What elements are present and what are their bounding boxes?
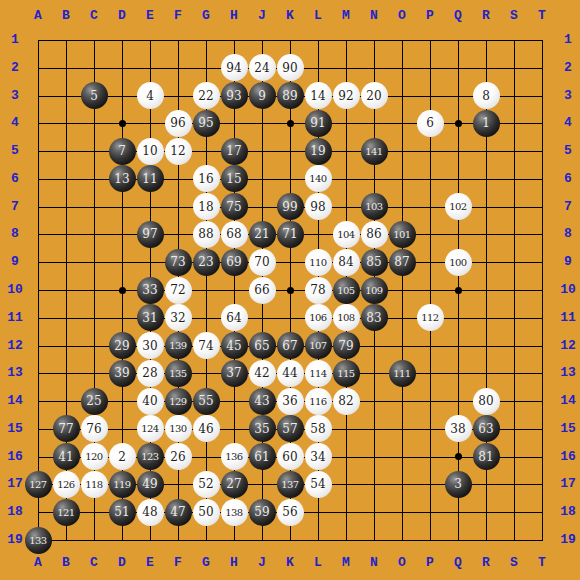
move-number: 13 bbox=[114, 172, 129, 186]
stone-black-71-k8[interactable]: 71 bbox=[277, 221, 304, 248]
column-label-bottom-k: K bbox=[282, 556, 298, 570]
move-number: 130 bbox=[169, 423, 186, 434]
move-number: 51 bbox=[114, 505, 129, 519]
star-point-q4 bbox=[455, 120, 462, 127]
move-number: 112 bbox=[421, 312, 438, 323]
move-number: 118 bbox=[85, 479, 102, 490]
move-number: 76 bbox=[86, 422, 101, 436]
row-label-left-9: 9 bbox=[2, 255, 28, 269]
stone-black-97-e8[interactable]: 97 bbox=[137, 221, 164, 248]
move-number: 32 bbox=[170, 311, 185, 325]
stone-white-78-l10[interactable]: 78 bbox=[305, 277, 332, 304]
stone-white-8-r3[interactable]: 8 bbox=[473, 82, 500, 109]
move-number: 87 bbox=[394, 255, 409, 269]
move-number: 86 bbox=[366, 227, 381, 241]
stone-white-116-l14[interactable]: 116 bbox=[305, 388, 332, 415]
move-number: 138 bbox=[225, 507, 242, 518]
star-point-k4 bbox=[287, 120, 294, 127]
move-number: 114 bbox=[309, 368, 326, 379]
stone-black-67-k12[interactable]: 67 bbox=[277, 332, 304, 359]
stone-white-40-e14[interactable]: 40 bbox=[137, 388, 164, 415]
column-label-bottom-f: F bbox=[170, 556, 186, 570]
move-number: 10 bbox=[142, 144, 157, 158]
stone-white-94-h2[interactable]: 94 bbox=[221, 54, 248, 81]
move-number: 78 bbox=[310, 283, 325, 297]
row-label-left-14: 14 bbox=[2, 394, 28, 408]
move-number: 82 bbox=[338, 394, 353, 408]
stone-white-26-f16[interactable]: 26 bbox=[165, 443, 192, 470]
stone-black-123-e16[interactable]: 123 bbox=[137, 443, 164, 470]
move-number: 4 bbox=[146, 89, 154, 103]
row-label-right-9: 9 bbox=[555, 255, 580, 269]
move-number: 8 bbox=[482, 89, 490, 103]
move-number: 49 bbox=[142, 477, 157, 491]
stone-black-11-e6[interactable]: 11 bbox=[137, 165, 164, 192]
move-number: 90 bbox=[282, 61, 297, 75]
move-number: 120 bbox=[85, 451, 102, 462]
move-number: 135 bbox=[169, 368, 186, 379]
move-number: 28 bbox=[142, 366, 157, 380]
stone-black-59-j18[interactable]: 59 bbox=[249, 499, 276, 526]
stone-white-4-e3[interactable]: 4 bbox=[137, 82, 164, 109]
column-label-top-f: F bbox=[170, 9, 186, 23]
stone-black-29-d12[interactable]: 29 bbox=[109, 332, 136, 359]
stone-black-91-l4[interactable]: 91 bbox=[305, 110, 332, 137]
move-number: 26 bbox=[170, 450, 185, 464]
stone-black-75-h7[interactable]: 75 bbox=[221, 193, 248, 220]
stone-black-23-g9[interactable]: 23 bbox=[193, 249, 220, 276]
move-number: 133 bbox=[29, 535, 46, 546]
row-label-right-17: 17 bbox=[555, 477, 580, 491]
stone-white-86-n8[interactable]: 86 bbox=[361, 221, 388, 248]
stone-black-13-d6[interactable]: 13 bbox=[109, 165, 136, 192]
column-label-bottom-d: D bbox=[114, 556, 130, 570]
stone-white-56-k18[interactable]: 56 bbox=[277, 499, 304, 526]
row-label-left-16: 16 bbox=[2, 450, 28, 464]
row-label-right-11: 11 bbox=[555, 311, 580, 325]
column-label-top-p: P bbox=[422, 9, 438, 23]
stone-white-24-j2[interactable]: 24 bbox=[249, 54, 276, 81]
move-number: 79 bbox=[338, 339, 353, 353]
stone-black-135-f13[interactable]: 135 bbox=[165, 360, 192, 387]
stone-black-9-j3[interactable]: 9 bbox=[249, 82, 276, 109]
stone-white-6-p4[interactable]: 6 bbox=[417, 110, 444, 137]
move-number: 115 bbox=[337, 368, 354, 379]
stone-white-88-g8[interactable]: 88 bbox=[193, 221, 220, 248]
stone-black-109-n10[interactable]: 109 bbox=[361, 277, 388, 304]
stone-black-119-d17[interactable]: 119 bbox=[109, 471, 136, 498]
column-label-bottom-h: H bbox=[226, 556, 242, 570]
move-number: 48 bbox=[142, 505, 157, 519]
stone-black-39-d13[interactable]: 39 bbox=[109, 360, 136, 387]
stone-black-47-f18[interactable]: 47 bbox=[165, 499, 192, 526]
move-number: 22 bbox=[198, 89, 213, 103]
stone-white-54-l17[interactable]: 54 bbox=[305, 471, 332, 498]
move-number: 21 bbox=[254, 227, 269, 241]
move-number: 33 bbox=[142, 283, 157, 297]
stone-black-133-a19[interactable]: 133 bbox=[25, 527, 52, 554]
move-number: 2 bbox=[118, 450, 126, 464]
move-number: 29 bbox=[114, 339, 129, 353]
stone-white-68-h8[interactable]: 68 bbox=[221, 221, 248, 248]
move-number: 17 bbox=[226, 144, 241, 158]
move-number: 73 bbox=[170, 255, 185, 269]
row-label-left-7: 7 bbox=[2, 200, 28, 214]
stone-black-33-e10[interactable]: 33 bbox=[137, 277, 164, 304]
move-number: 74 bbox=[198, 339, 213, 353]
move-number: 54 bbox=[310, 477, 325, 491]
stone-black-65-j12[interactable]: 65 bbox=[249, 332, 276, 359]
move-number: 104 bbox=[337, 229, 354, 240]
stone-white-84-m9[interactable]: 84 bbox=[333, 249, 360, 276]
move-number: 95 bbox=[198, 116, 213, 130]
move-number: 52 bbox=[198, 477, 213, 491]
stone-white-22-g3[interactable]: 22 bbox=[193, 82, 220, 109]
move-number: 91 bbox=[310, 116, 325, 130]
move-number: 83 bbox=[366, 311, 381, 325]
move-number: 94 bbox=[226, 61, 241, 75]
move-number: 27 bbox=[226, 477, 241, 491]
move-number: 127 bbox=[29, 479, 46, 490]
move-number: 58 bbox=[310, 422, 325, 436]
move-number: 140 bbox=[309, 173, 326, 184]
move-number: 44 bbox=[282, 366, 297, 380]
move-number: 124 bbox=[141, 423, 158, 434]
move-number: 60 bbox=[282, 450, 297, 464]
stone-white-36-k14[interactable]: 36 bbox=[277, 388, 304, 415]
stone-black-61-j16[interactable]: 61 bbox=[249, 443, 276, 470]
row-label-left-18: 18 bbox=[2, 505, 28, 519]
move-number: 107 bbox=[309, 340, 326, 351]
stone-black-15-h6[interactable]: 15 bbox=[221, 165, 248, 192]
stone-black-85-n9[interactable]: 85 bbox=[361, 249, 388, 276]
move-number: 110 bbox=[309, 257, 326, 268]
stone-black-141-n5[interactable]: 141 bbox=[361, 138, 388, 165]
move-number: 81 bbox=[478, 450, 493, 464]
move-number: 141 bbox=[365, 146, 382, 157]
stone-white-100-q9[interactable]: 100 bbox=[445, 249, 472, 276]
move-number: 99 bbox=[282, 200, 297, 214]
stone-white-32-f11[interactable]: 32 bbox=[165, 304, 192, 331]
row-label-left-2: 2 bbox=[2, 61, 28, 75]
stone-black-21-j8[interactable]: 21 bbox=[249, 221, 276, 248]
move-number: 40 bbox=[142, 394, 157, 408]
move-number: 101 bbox=[393, 229, 410, 240]
row-label-right-2: 2 bbox=[555, 61, 580, 75]
move-number: 89 bbox=[282, 89, 297, 103]
column-label-top-t: T bbox=[534, 9, 550, 23]
stone-white-12-f5[interactable]: 12 bbox=[165, 138, 192, 165]
row-label-left-1: 1 bbox=[2, 33, 28, 47]
stone-black-105-m10[interactable]: 105 bbox=[333, 277, 360, 304]
move-number: 105 bbox=[337, 285, 354, 296]
move-number: 41 bbox=[58, 450, 73, 464]
move-number: 16 bbox=[198, 172, 213, 186]
move-number: 56 bbox=[282, 505, 297, 519]
stone-black-127-a17[interactable]: 127 bbox=[25, 471, 52, 498]
star-point-d10 bbox=[119, 287, 126, 294]
move-number: 139 bbox=[169, 340, 186, 351]
move-number: 65 bbox=[254, 339, 269, 353]
column-label-bottom-p: P bbox=[422, 556, 438, 570]
column-label-top-g: G bbox=[198, 9, 214, 23]
move-number: 31 bbox=[142, 311, 157, 325]
stone-white-46-g15[interactable]: 46 bbox=[193, 415, 220, 442]
move-number: 80 bbox=[478, 394, 493, 408]
move-number: 123 bbox=[141, 451, 158, 462]
stone-black-83-n11[interactable]: 83 bbox=[361, 304, 388, 331]
stone-black-49-e17[interactable]: 49 bbox=[137, 471, 164, 498]
stone-white-44-k13[interactable]: 44 bbox=[277, 360, 304, 387]
move-number: 68 bbox=[226, 227, 241, 241]
move-number: 100 bbox=[449, 257, 466, 268]
stone-white-92-m3[interactable]: 92 bbox=[333, 82, 360, 109]
move-number: 97 bbox=[142, 227, 157, 241]
stone-white-76-c15[interactable]: 76 bbox=[81, 415, 108, 442]
stone-black-45-h12[interactable]: 45 bbox=[221, 332, 248, 359]
stone-black-5-c3[interactable]: 5 bbox=[81, 82, 108, 109]
stone-white-42-j13[interactable]: 42 bbox=[249, 360, 276, 387]
stone-black-99-k7[interactable]: 99 bbox=[277, 193, 304, 220]
stone-white-96-f4[interactable]: 96 bbox=[165, 110, 192, 137]
stone-white-82-m14[interactable]: 82 bbox=[333, 388, 360, 415]
stone-black-19-l5[interactable]: 19 bbox=[305, 138, 332, 165]
stone-white-66-j10[interactable]: 66 bbox=[249, 277, 276, 304]
move-number: 30 bbox=[142, 339, 157, 353]
stone-black-57-k15[interactable]: 57 bbox=[277, 415, 304, 442]
row-label-left-8: 8 bbox=[2, 227, 28, 241]
star-point-k10 bbox=[287, 287, 294, 294]
move-number: 6 bbox=[426, 116, 434, 130]
move-number: 102 bbox=[449, 201, 466, 212]
stone-white-126-b17[interactable]: 126 bbox=[53, 471, 80, 498]
column-label-bottom-l: L bbox=[310, 556, 326, 570]
stone-black-129-f14[interactable]: 129 bbox=[165, 388, 192, 415]
move-number: 14 bbox=[310, 89, 325, 103]
move-number: 116 bbox=[309, 396, 326, 407]
stone-white-106-l11[interactable]: 106 bbox=[305, 304, 332, 331]
stone-white-60-k16[interactable]: 60 bbox=[277, 443, 304, 470]
stone-black-3-q17[interactable]: 3 bbox=[445, 471, 472, 498]
stone-black-7-d5[interactable]: 7 bbox=[109, 138, 136, 165]
column-label-top-b: B bbox=[58, 9, 74, 23]
move-number: 66 bbox=[254, 283, 269, 297]
move-number: 59 bbox=[254, 505, 269, 519]
row-label-left-6: 6 bbox=[2, 172, 28, 186]
stone-white-140-l6[interactable]: 140 bbox=[305, 165, 332, 192]
stone-black-93-h3[interactable]: 93 bbox=[221, 82, 248, 109]
stone-black-87-o9[interactable]: 87 bbox=[389, 249, 416, 276]
stone-black-63-r15[interactable]: 63 bbox=[473, 415, 500, 442]
move-number: 137 bbox=[281, 479, 298, 490]
stone-black-121-b18[interactable]: 121 bbox=[53, 499, 80, 526]
column-label-top-o: O bbox=[394, 9, 410, 23]
stone-white-98-l7[interactable]: 98 bbox=[305, 193, 332, 220]
stone-black-17-h5[interactable]: 17 bbox=[221, 138, 248, 165]
stone-black-111-o13[interactable]: 111 bbox=[389, 360, 416, 387]
move-number: 19 bbox=[310, 144, 325, 158]
row-label-left-5: 5 bbox=[2, 144, 28, 158]
stone-white-10-e5[interactable]: 10 bbox=[137, 138, 164, 165]
move-number: 37 bbox=[226, 366, 241, 380]
stone-white-2-d16[interactable]: 2 bbox=[109, 443, 136, 470]
column-label-top-e: E bbox=[142, 9, 158, 23]
column-label-top-r: R bbox=[478, 9, 494, 23]
stone-black-37-h13[interactable]: 37 bbox=[221, 360, 248, 387]
column-label-bottom-r: R bbox=[478, 556, 494, 570]
stone-white-72-f10[interactable]: 72 bbox=[165, 277, 192, 304]
row-label-right-6: 6 bbox=[555, 172, 580, 186]
stone-white-18-g7[interactable]: 18 bbox=[193, 193, 220, 220]
column-label-bottom-s: S bbox=[506, 556, 522, 570]
move-number: 121 bbox=[57, 507, 74, 518]
stone-black-35-j15[interactable]: 35 bbox=[249, 415, 276, 442]
move-number: 98 bbox=[310, 200, 325, 214]
stone-white-48-e18[interactable]: 48 bbox=[137, 499, 164, 526]
move-number: 34 bbox=[310, 450, 325, 464]
move-number: 71 bbox=[282, 227, 297, 241]
move-number: 38 bbox=[450, 422, 465, 436]
stone-white-90-k2[interactable]: 90 bbox=[277, 54, 304, 81]
move-number: 72 bbox=[170, 283, 185, 297]
row-label-right-12: 12 bbox=[555, 339, 580, 353]
stone-black-31-e11[interactable]: 31 bbox=[137, 304, 164, 331]
move-number: 11 bbox=[142, 172, 157, 186]
move-number: 35 bbox=[254, 422, 269, 436]
move-number: 108 bbox=[337, 312, 354, 323]
move-number: 63 bbox=[478, 422, 493, 436]
move-number: 96 bbox=[170, 116, 185, 130]
move-number: 39 bbox=[114, 366, 129, 380]
move-number: 93 bbox=[226, 89, 241, 103]
column-label-bottom-e: E bbox=[142, 556, 158, 570]
go-game-record-diagram: AABBCCDDEEFFGGHHJJKKLLMMNNOOPPQQRRSSTT11… bbox=[0, 0, 580, 580]
star-point-d4 bbox=[119, 120, 126, 127]
row-label-left-3: 3 bbox=[2, 89, 28, 103]
row-label-right-8: 8 bbox=[555, 227, 580, 241]
row-label-right-19: 19 bbox=[555, 533, 580, 547]
stone-white-104-m8[interactable]: 104 bbox=[333, 221, 360, 248]
move-number: 75 bbox=[226, 200, 241, 214]
column-label-bottom-m: M bbox=[338, 556, 354, 570]
move-number: 64 bbox=[226, 311, 241, 325]
row-label-right-7: 7 bbox=[555, 200, 580, 214]
row-label-left-10: 10 bbox=[2, 283, 28, 297]
column-label-top-h: H bbox=[226, 9, 242, 23]
row-label-right-13: 13 bbox=[555, 366, 580, 380]
stone-white-58-l15[interactable]: 58 bbox=[305, 415, 332, 442]
stone-white-16-g6[interactable]: 16 bbox=[193, 165, 220, 192]
column-label-top-k: K bbox=[282, 9, 298, 23]
move-number: 77 bbox=[58, 422, 73, 436]
stone-black-115-m13[interactable]: 115 bbox=[333, 360, 360, 387]
stone-white-114-l13[interactable]: 114 bbox=[305, 360, 332, 387]
stone-black-107-l12[interactable]: 107 bbox=[305, 332, 332, 359]
stone-black-41-b16[interactable]: 41 bbox=[53, 443, 80, 470]
stone-black-73-f9[interactable]: 73 bbox=[165, 249, 192, 276]
row-label-left-13: 13 bbox=[2, 366, 28, 380]
row-label-right-3: 3 bbox=[555, 89, 580, 103]
stone-black-25-c14[interactable]: 25 bbox=[81, 388, 108, 415]
stone-white-50-g18[interactable]: 50 bbox=[193, 499, 220, 526]
stone-black-51-d18[interactable]: 51 bbox=[109, 499, 136, 526]
move-number: 136 bbox=[225, 451, 242, 462]
stone-white-80-r14[interactable]: 80 bbox=[473, 388, 500, 415]
move-number: 1 bbox=[482, 116, 490, 130]
move-number: 15 bbox=[226, 172, 241, 186]
stone-white-120-c16[interactable]: 120 bbox=[81, 443, 108, 470]
stone-black-1-r4[interactable]: 1 bbox=[473, 110, 500, 137]
row-label-right-10: 10 bbox=[555, 283, 580, 297]
move-number: 47 bbox=[170, 505, 185, 519]
stone-white-28-e13[interactable]: 28 bbox=[137, 360, 164, 387]
stone-black-79-m12[interactable]: 79 bbox=[333, 332, 360, 359]
move-number: 12 bbox=[170, 144, 185, 158]
stone-black-43-j14[interactable]: 43 bbox=[249, 388, 276, 415]
stone-white-70-j9[interactable]: 70 bbox=[249, 249, 276, 276]
stone-white-108-m11[interactable]: 108 bbox=[333, 304, 360, 331]
move-number: 25 bbox=[86, 394, 101, 408]
stone-white-14-l3[interactable]: 14 bbox=[305, 82, 332, 109]
move-number: 111 bbox=[393, 368, 410, 379]
column-label-top-m: M bbox=[338, 9, 354, 23]
move-number: 42 bbox=[254, 366, 269, 380]
stone-black-27-h17[interactable]: 27 bbox=[221, 471, 248, 498]
stone-white-110-l9[interactable]: 110 bbox=[305, 249, 332, 276]
move-number: 45 bbox=[226, 339, 241, 353]
row-label-left-11: 11 bbox=[2, 311, 28, 325]
stone-white-138-h18[interactable]: 138 bbox=[221, 499, 248, 526]
stone-white-118-c17[interactable]: 118 bbox=[81, 471, 108, 498]
stone-white-112-p11[interactable]: 112 bbox=[417, 304, 444, 331]
column-label-top-l: L bbox=[310, 9, 326, 23]
stone-black-95-g4[interactable]: 95 bbox=[193, 110, 220, 137]
stone-white-64-h11[interactable]: 64 bbox=[221, 304, 248, 331]
stone-black-55-g14[interactable]: 55 bbox=[193, 388, 220, 415]
column-label-bottom-b: B bbox=[58, 556, 74, 570]
stone-black-137-k17[interactable]: 137 bbox=[277, 471, 304, 498]
column-label-top-s: S bbox=[506, 9, 522, 23]
move-number: 43 bbox=[254, 394, 269, 408]
move-number: 103 bbox=[365, 201, 382, 212]
stone-white-34-l16[interactable]: 34 bbox=[305, 443, 332, 470]
stone-white-124-e15[interactable]: 124 bbox=[137, 415, 164, 442]
stone-white-130-f15[interactable]: 130 bbox=[165, 415, 192, 442]
move-number: 46 bbox=[198, 422, 213, 436]
move-number: 106 bbox=[309, 312, 326, 323]
stone-white-136-h16[interactable]: 136 bbox=[221, 443, 248, 470]
go-board[interactable]: AABBCCDDEEFFGGHHJJKKLLMMNNOOPPQQRRSSTT11… bbox=[0, 0, 580, 580]
stone-white-102-q7[interactable]: 102 bbox=[445, 193, 472, 220]
stone-white-52-g17[interactable]: 52 bbox=[193, 471, 220, 498]
row-label-right-5: 5 bbox=[555, 144, 580, 158]
stone-white-30-e12[interactable]: 30 bbox=[137, 332, 164, 359]
move-number: 3 bbox=[454, 477, 462, 491]
stone-black-103-n7[interactable]: 103 bbox=[361, 193, 388, 220]
move-number: 92 bbox=[338, 89, 353, 103]
stone-black-101-o8[interactable]: 101 bbox=[389, 221, 416, 248]
stone-white-38-q15[interactable]: 38 bbox=[445, 415, 472, 442]
stone-black-81-r16[interactable]: 81 bbox=[473, 443, 500, 470]
stone-white-20-n3[interactable]: 20 bbox=[361, 82, 388, 109]
stone-black-89-k3[interactable]: 89 bbox=[277, 82, 304, 109]
stone-black-139-f12[interactable]: 139 bbox=[165, 332, 192, 359]
stone-black-69-h9[interactable]: 69 bbox=[221, 249, 248, 276]
stone-white-74-g12[interactable]: 74 bbox=[193, 332, 220, 359]
stone-black-77-b15[interactable]: 77 bbox=[53, 415, 80, 442]
column-label-top-n: N bbox=[366, 9, 382, 23]
column-label-top-a: A bbox=[30, 9, 46, 23]
